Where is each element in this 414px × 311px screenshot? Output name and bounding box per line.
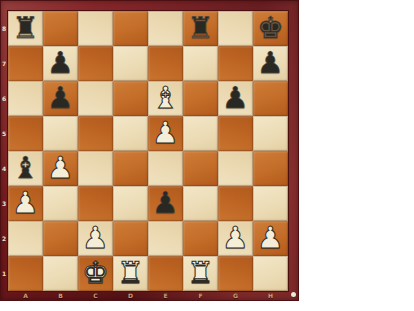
square-d2[interactable] <box>113 221 148 256</box>
white-bishop-e6[interactable]: ♝ <box>152 83 179 113</box>
square-f4[interactable] <box>183 151 218 186</box>
black-pawn-g6[interactable]: ♟ <box>222 83 249 113</box>
square-d6[interactable] <box>113 81 148 116</box>
rank-label-4: 4 <box>0 151 8 186</box>
square-g6[interactable]: ♟ <box>218 81 253 116</box>
square-e6[interactable]: ♝ <box>148 81 183 116</box>
square-g4[interactable] <box>218 151 253 186</box>
rank-label-7: 7 <box>0 46 8 81</box>
square-e4[interactable] <box>148 151 183 186</box>
white-pawn-c2[interactable]: ♟ <box>82 223 109 253</box>
square-b4[interactable]: ♟ <box>43 151 78 186</box>
rank-label-6: 6 <box>0 81 8 116</box>
square-f2[interactable] <box>183 221 218 256</box>
white-rook-d1[interactable]: ♜ <box>117 258 144 288</box>
square-f6[interactable] <box>183 81 218 116</box>
square-e1[interactable] <box>148 256 183 291</box>
square-b5[interactable] <box>43 116 78 151</box>
file-label-e: E <box>148 290 183 301</box>
black-rook-f8[interactable]: ♜ <box>187 13 214 43</box>
square-d7[interactable] <box>113 46 148 81</box>
file-label-f: F <box>183 290 218 301</box>
square-e7[interactable] <box>148 46 183 81</box>
square-b1[interactable] <box>43 256 78 291</box>
black-pawn-b6[interactable]: ♟ <box>47 83 74 113</box>
square-b6[interactable]: ♟ <box>43 81 78 116</box>
square-e8[interactable] <box>148 11 183 46</box>
corner-dot <box>291 292 296 297</box>
square-d1[interactable]: ♜ <box>113 256 148 291</box>
square-e3[interactable]: ♟ <box>148 186 183 221</box>
square-a5[interactable] <box>8 116 43 151</box>
square-h4[interactable] <box>253 151 288 186</box>
black-pawn-h7[interactable]: ♟ <box>257 48 284 78</box>
square-h2[interactable]: ♟ <box>253 221 288 256</box>
black-rook-a8[interactable]: ♜ <box>12 13 39 43</box>
square-b3[interactable] <box>43 186 78 221</box>
black-king-h8[interactable]: ♚ <box>257 13 284 43</box>
rank-label-1: 1 <box>0 256 8 291</box>
white-pawn-h2[interactable]: ♟ <box>257 223 284 253</box>
square-e2[interactable] <box>148 221 183 256</box>
file-label-b: B <box>43 290 78 301</box>
square-g7[interactable] <box>218 46 253 81</box>
square-b7[interactable]: ♟ <box>43 46 78 81</box>
square-d3[interactable] <box>113 186 148 221</box>
square-a3[interactable]: ♟ <box>8 186 43 221</box>
square-c4[interactable] <box>78 151 113 186</box>
square-c7[interactable] <box>78 46 113 81</box>
square-f7[interactable] <box>183 46 218 81</box>
square-f8[interactable]: ♜ <box>183 11 218 46</box>
square-b8[interactable] <box>43 11 78 46</box>
square-e5[interactable]: ♟ <box>148 116 183 151</box>
white-pawn-g2[interactable]: ♟ <box>222 223 249 253</box>
square-a8[interactable]: ♜ <box>8 11 43 46</box>
square-g3[interactable] <box>218 186 253 221</box>
screenshot-canvas: 87654321 ♜♜♚♟♟♟♝♟♟♝♟♟♟♟♟♟♚♜♜ ABCDEFGH <box>0 0 414 311</box>
square-c1[interactable]: ♚ <box>78 256 113 291</box>
square-c3[interactable] <box>78 186 113 221</box>
rank-label-5: 5 <box>0 116 8 151</box>
black-bishop-a4[interactable]: ♝ <box>12 153 39 183</box>
square-d4[interactable] <box>113 151 148 186</box>
rank-label-2: 2 <box>0 221 8 256</box>
square-a1[interactable] <box>8 256 43 291</box>
square-h7[interactable]: ♟ <box>253 46 288 81</box>
square-h6[interactable] <box>253 81 288 116</box>
square-a7[interactable] <box>8 46 43 81</box>
white-pawn-a3[interactable]: ♟ <box>12 188 39 218</box>
chess-board[interactable]: ♜♜♚♟♟♟♝♟♟♝♟♟♟♟♟♟♚♜♜ <box>8 11 288 291</box>
square-b2[interactable] <box>43 221 78 256</box>
square-h8[interactable]: ♚ <box>253 11 288 46</box>
white-pawn-b4[interactable]: ♟ <box>47 153 74 183</box>
square-c5[interactable] <box>78 116 113 151</box>
square-c6[interactable] <box>78 81 113 116</box>
rank-label-3: 3 <box>0 186 8 221</box>
square-a6[interactable] <box>8 81 43 116</box>
square-h1[interactable] <box>253 256 288 291</box>
file-label-g: G <box>218 290 253 301</box>
square-g8[interactable] <box>218 11 253 46</box>
white-king-c1[interactable]: ♚ <box>82 258 109 288</box>
square-g5[interactable] <box>218 116 253 151</box>
square-f1[interactable]: ♜ <box>183 256 218 291</box>
square-d8[interactable] <box>113 11 148 46</box>
square-h3[interactable] <box>253 186 288 221</box>
file-label-d: D <box>113 290 148 301</box>
square-c8[interactable] <box>78 11 113 46</box>
file-label-a: A <box>8 290 43 301</box>
black-pawn-b7[interactable]: ♟ <box>47 48 74 78</box>
rank-labels: 87654321 <box>0 11 8 291</box>
chess-board-frame: 87654321 ♜♜♚♟♟♟♝♟♟♝♟♟♟♟♟♟♚♜♜ ABCDEFGH <box>0 0 299 301</box>
square-a4[interactable]: ♝ <box>8 151 43 186</box>
square-g1[interactable] <box>218 256 253 291</box>
square-g2[interactable]: ♟ <box>218 221 253 256</box>
square-f5[interactable] <box>183 116 218 151</box>
square-f3[interactable] <box>183 186 218 221</box>
rank-label-8: 8 <box>0 11 8 46</box>
square-d5[interactable] <box>113 116 148 151</box>
white-pawn-e5[interactable]: ♟ <box>152 118 179 148</box>
black-pawn-e3[interactable]: ♟ <box>152 188 179 218</box>
square-c2[interactable]: ♟ <box>78 221 113 256</box>
file-label-c: C <box>78 290 113 301</box>
file-labels: ABCDEFGH <box>8 290 288 301</box>
white-rook-f1[interactable]: ♜ <box>187 258 214 288</box>
file-label-h: H <box>253 290 288 301</box>
square-h5[interactable] <box>253 116 288 151</box>
square-a2[interactable] <box>8 221 43 256</box>
